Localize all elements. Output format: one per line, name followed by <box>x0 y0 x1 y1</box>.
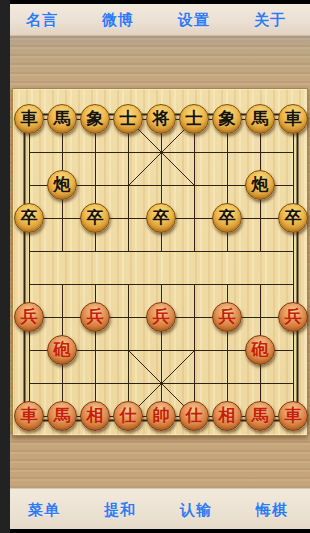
piece-red-soldier[interactable]: 兵 <box>80 302 110 332</box>
piece-character: 卒 <box>21 209 38 226</box>
undo-move-button[interactable]: 悔棋 <box>256 502 288 517</box>
piece-character: 卒 <box>219 209 236 226</box>
piece-character: 砲 <box>252 341 269 358</box>
piece-red-horse[interactable]: 馬 <box>245 401 275 431</box>
piece-black-soldier[interactable]: 卒 <box>146 203 176 233</box>
piece-character: 象 <box>87 110 104 127</box>
piece-red-advisor[interactable]: 仕 <box>179 401 209 431</box>
piece-black-elephant[interactable]: 象 <box>212 104 242 134</box>
piece-black-chariot[interactable]: 車 <box>14 104 44 134</box>
piece-character: 車 <box>285 110 302 127</box>
piece-black-soldier[interactable]: 卒 <box>14 203 44 233</box>
piece-character: 卒 <box>285 209 302 226</box>
top-toolbar: 名言 微博 设置 关于 <box>10 4 310 36</box>
piece-black-soldier[interactable]: 卒 <box>80 203 110 233</box>
piece-red-general[interactable]: 帥 <box>146 401 176 431</box>
piece-character: 兵 <box>153 308 170 325</box>
piece-character: 兵 <box>21 308 38 325</box>
status-strip-bottom <box>10 529 310 533</box>
settings-button[interactable]: 设置 <box>178 12 210 27</box>
piece-character: 炮 <box>54 176 71 193</box>
piece-black-soldier[interactable]: 卒 <box>278 203 308 233</box>
piece-red-chariot[interactable]: 車 <box>14 401 44 431</box>
piece-red-chariot[interactable]: 車 <box>278 401 308 431</box>
piece-black-horse[interactable]: 馬 <box>47 104 77 134</box>
xiangqi-app-screen: 名言 微博 设置 关于 車馬象士将士象馬車炮炮卒卒卒卒卒兵兵兵兵兵砲砲車馬相 <box>10 0 310 533</box>
piece-character: 相 <box>87 407 104 424</box>
piece-red-elephant[interactable]: 相 <box>212 401 242 431</box>
quotes-button[interactable]: 名言 <box>26 12 58 27</box>
piece-character: 卒 <box>153 209 170 226</box>
piece-character: 相 <box>219 407 236 424</box>
menu-button[interactable]: 菜单 <box>28 502 60 517</box>
piece-character: 仕 <box>120 407 137 424</box>
weibo-button[interactable]: 微博 <box>102 12 134 27</box>
piece-character: 炮 <box>252 176 269 193</box>
piece-black-horse[interactable]: 馬 <box>245 104 275 134</box>
piece-red-soldier[interactable]: 兵 <box>278 302 308 332</box>
piece-character: 兵 <box>219 308 236 325</box>
piece-black-elephant[interactable]: 象 <box>80 104 110 134</box>
piece-red-soldier[interactable]: 兵 <box>212 302 242 332</box>
piece-character: 象 <box>219 110 236 127</box>
piece-red-advisor[interactable]: 仕 <box>113 401 143 431</box>
piece-black-chariot[interactable]: 車 <box>278 104 308 134</box>
piece-black-advisor[interactable]: 士 <box>179 104 209 134</box>
piece-red-soldier[interactable]: 兵 <box>14 302 44 332</box>
piece-red-cannon[interactable]: 砲 <box>47 335 77 365</box>
piece-character: 帥 <box>153 407 170 424</box>
about-button[interactable]: 关于 <box>254 12 286 27</box>
piece-character: 馬 <box>252 110 269 127</box>
piece-character: 車 <box>285 407 302 424</box>
resign-button[interactable]: 认输 <box>180 502 212 517</box>
piece-character: 馬 <box>252 407 269 424</box>
piece-character: 砲 <box>54 341 71 358</box>
piece-character: 卒 <box>87 209 104 226</box>
piece-red-cannon[interactable]: 砲 <box>245 335 275 365</box>
piece-character: 将 <box>153 110 170 127</box>
xiangqi-board[interactable]: 車馬象士将士象馬車炮炮卒卒卒卒卒兵兵兵兵兵砲砲車馬相仕帥仕相馬車 <box>12 88 308 436</box>
piece-black-advisor[interactable]: 士 <box>113 104 143 134</box>
piece-character: 士 <box>186 110 203 127</box>
piece-black-cannon[interactable]: 炮 <box>47 170 77 200</box>
piece-character: 馬 <box>54 110 71 127</box>
piece-red-horse[interactable]: 馬 <box>47 401 77 431</box>
board-grid-lines <box>13 89 309 437</box>
piece-character: 車 <box>21 110 38 127</box>
piece-black-soldier[interactable]: 卒 <box>212 203 242 233</box>
piece-character: 車 <box>21 407 38 424</box>
piece-character: 兵 <box>87 308 104 325</box>
piece-black-general[interactable]: 将 <box>146 104 176 134</box>
piece-black-cannon[interactable]: 炮 <box>245 170 275 200</box>
piece-red-soldier[interactable]: 兵 <box>146 302 176 332</box>
piece-character: 士 <box>120 110 137 127</box>
bottom-toolbar: 菜单 提和 认输 悔棋 <box>10 488 310 529</box>
offer-draw-button[interactable]: 提和 <box>104 502 136 517</box>
piece-red-elephant[interactable]: 相 <box>80 401 110 431</box>
piece-character: 馬 <box>54 407 71 424</box>
piece-character: 仕 <box>186 407 203 424</box>
piece-character: 兵 <box>285 308 302 325</box>
